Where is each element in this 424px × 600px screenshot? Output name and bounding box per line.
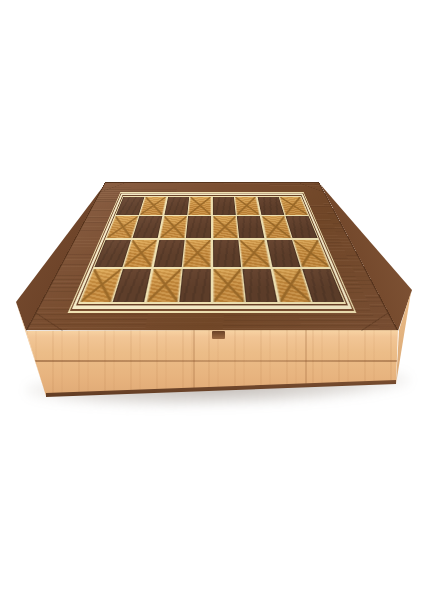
mitre-seam-front-right [354, 313, 397, 331]
mitre-seam-front-left [27, 313, 70, 331]
mitre-seam-back-right [298, 183, 323, 192]
board-square-r3c4-light [183, 240, 211, 267]
board-square-r2c4-dark [186, 216, 211, 238]
beech-panel-joint [193, 329, 195, 397]
board-square-r1c5-dark [213, 197, 236, 215]
box-lid-top-face [26, 182, 398, 330]
board-square-r2c2-dark [133, 216, 163, 238]
inlay-frame-cream-band [72, 193, 352, 308]
board-square-r1c6-light [235, 197, 260, 215]
board-square-r4c5-light [213, 269, 244, 303]
inlay-frame-walnut-line [76, 195, 348, 305]
inlay-frame-inner-cream-line [78, 196, 346, 304]
board-square-r1c8-light [280, 197, 309, 215]
board-square-r3c3-dark [154, 240, 185, 267]
board-square-r2c5-light [213, 216, 238, 238]
latch-notch [212, 331, 225, 339]
board-square-r4c4-dark [180, 269, 211, 303]
inlay-frame-outer-cream-line [68, 192, 357, 314]
product-photo-scene [0, 0, 424, 600]
board-square-r1c4-light [189, 197, 212, 215]
inlay-frame-walnut-gap [70, 193, 354, 311]
lid-seam-line [26, 360, 398, 362]
board-square-r4c3-light [146, 269, 181, 303]
chessboard-grid [80, 197, 344, 303]
board-square-r3c5-dark [213, 240, 241, 267]
board-square-r1c2-light [140, 197, 167, 215]
board-square-r2c6-dark [237, 216, 264, 238]
board-square-r4c6-dark [243, 269, 278, 303]
board-square-r3c6-light [240, 240, 271, 267]
board-square-r2c3-light [160, 216, 187, 238]
board-square-r1c3-dark [164, 197, 189, 215]
mitre-seam-back-left [101, 183, 126, 192]
board-square-r2c8-dark [286, 216, 318, 238]
